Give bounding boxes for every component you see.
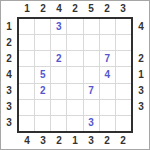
cell-r1c5[interactable] — [84, 19, 99, 34]
cell-r4c1[interactable] — [19, 67, 34, 82]
cell-r6c7[interactable] — [116, 100, 131, 115]
clue-left-2: 2 — [1, 35, 17, 51]
clue-right-6: 3 — [133, 99, 149, 115]
cell-r5c4[interactable] — [67, 84, 82, 99]
cell-r3c1[interactable] — [19, 51, 34, 66]
clue-top-3: 4 — [51, 1, 67, 17]
cell-r1c2[interactable] — [35, 19, 50, 34]
clue-left-3: 2 — [1, 51, 17, 67]
clue-right-2 — [133, 35, 149, 51]
cell-r4c4[interactable] — [67, 67, 82, 82]
cell-r4c2[interactable]: 5 — [35, 67, 50, 82]
cell-r6c4[interactable] — [67, 100, 82, 115]
cell-r4c3[interactable] — [51, 67, 66, 82]
left-clues: 1224333 — [1, 19, 17, 131]
clue-left-6: 3 — [1, 99, 17, 115]
cell-r5c3[interactable] — [51, 84, 66, 99]
cell-r1c7[interactable] — [116, 19, 131, 34]
cell-r2c7[interactable] — [116, 35, 131, 50]
cell-r3c2[interactable] — [35, 51, 50, 66]
clue-right-4: 1 — [133, 67, 149, 83]
board: 32754273 — [17, 17, 133, 133]
cell-r3c5[interactable] — [84, 51, 99, 66]
clue-bottom-7: 2 — [115, 133, 131, 149]
cell-r2c4[interactable] — [67, 35, 82, 50]
cell-r1c3[interactable]: 3 — [51, 19, 66, 34]
clue-top-7: 3 — [115, 1, 131, 17]
cell-r2c1[interactable] — [19, 35, 34, 50]
cell-r6c1[interactable] — [19, 100, 34, 115]
clue-top-4: 2 — [67, 1, 83, 17]
cell-r4c7[interactable] — [116, 67, 131, 82]
clue-right-1: 4 — [133, 19, 149, 35]
clue-bottom-4: 1 — [67, 133, 83, 149]
clue-bottom-3: 2 — [51, 133, 67, 149]
cell-r3c4[interactable] — [67, 51, 82, 66]
cell-r1c1[interactable] — [19, 19, 34, 34]
cell-r7c2[interactable] — [35, 116, 50, 131]
cell-r1c6[interactable] — [100, 19, 115, 34]
cell-r7c1[interactable] — [19, 116, 34, 131]
clue-left-5: 3 — [1, 83, 17, 99]
clue-top-6: 2 — [99, 1, 115, 17]
bottom-clues: 4321322 — [19, 133, 131, 149]
right-clues: 42133 — [133, 19, 149, 131]
cell-r3c3[interactable]: 2 — [51, 51, 66, 66]
cell-r7c5[interactable]: 3 — [84, 116, 99, 131]
clue-top-5: 5 — [83, 1, 99, 17]
clue-left-7: 3 — [1, 115, 17, 131]
cell-r5c1[interactable] — [19, 84, 34, 99]
cell-r7c3[interactable] — [51, 116, 66, 131]
cell-r6c2[interactable] — [35, 100, 50, 115]
cell-r2c5[interactable] — [84, 35, 99, 50]
skyscrapers-puzzle: 1242523 1224333 42133 4321322 32754273 — [0, 0, 150, 150]
clue-right-7 — [133, 115, 149, 131]
cell-r5c6[interactable] — [100, 84, 115, 99]
cell-r1c4[interactable] — [67, 19, 82, 34]
cell-r4c5[interactable] — [84, 67, 99, 82]
clue-right-3: 2 — [133, 51, 149, 67]
clue-bottom-2: 3 — [35, 133, 51, 149]
clue-bottom-6: 2 — [99, 133, 115, 149]
cell-r5c7[interactable] — [116, 84, 131, 99]
cell-r5c2[interactable]: 2 — [35, 84, 50, 99]
clue-top-2: 2 — [35, 1, 51, 17]
cell-r2c3[interactable] — [51, 35, 66, 50]
clue-bottom-1: 4 — [19, 133, 35, 149]
cell-r4c6[interactable]: 4 — [100, 67, 115, 82]
cell-r6c5[interactable] — [84, 100, 99, 115]
clue-right-5: 3 — [133, 83, 149, 99]
cell-r2c2[interactable] — [35, 35, 50, 50]
cell-r3c6[interactable]: 7 — [100, 51, 115, 66]
clue-top-1: 1 — [19, 1, 35, 17]
cell-r2c6[interactable] — [100, 35, 115, 50]
clue-left-4: 4 — [1, 67, 17, 83]
cell-r7c7[interactable] — [116, 116, 131, 131]
cell-r7c4[interactable] — [67, 116, 82, 131]
clue-left-1: 1 — [1, 19, 17, 35]
cell-r5c5[interactable]: 7 — [84, 84, 99, 99]
clue-bottom-5: 3 — [83, 133, 99, 149]
cell-r7c6[interactable] — [100, 116, 115, 131]
top-clues: 1242523 — [19, 1, 131, 17]
cell-r3c7[interactable] — [116, 51, 131, 66]
cell-r6c6[interactable] — [100, 100, 115, 115]
cell-r6c3[interactable] — [51, 100, 66, 115]
